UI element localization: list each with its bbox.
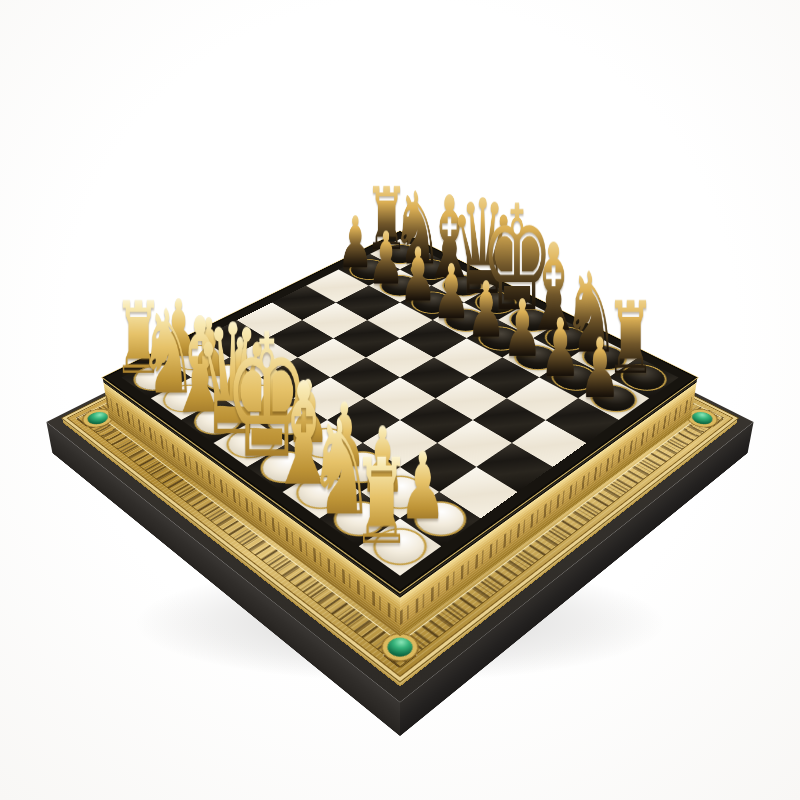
- piece-black-pawn[interactable]: ♟: [503, 291, 543, 366]
- piece-black-pawn[interactable]: ♟: [540, 310, 581, 387]
- piece-black-pawn[interactable]: ♟: [432, 256, 470, 328]
- scene-3d: ♜♞♝♛♚♝♞♜♟♟♟♟♟♟♟♟♟♟♟♟♟♟♟♟♜♞♝♛♚♝♞♜: [0, 0, 800, 800]
- piece-white-rook[interactable]: ♜: [352, 447, 411, 559]
- piece-black-pawn[interactable]: ♟: [467, 273, 506, 346]
- product-photo: ♜♞♝♛♚♝♞♜♟♟♟♟♟♟♟♟♟♟♟♟♟♟♟♟♜♞♝♛♚♝♞♜: [0, 0, 800, 800]
- piece-black-pawn[interactable]: ♟: [400, 240, 437, 310]
- piece-black-pawn[interactable]: ♟: [579, 329, 620, 407]
- chess-board: ♜♞♝♛♚♝♞♜♟♟♟♟♟♟♟♟♟♟♟♟♟♟♟♟♜♞♝♛♚♝♞♜: [46, 245, 753, 702]
